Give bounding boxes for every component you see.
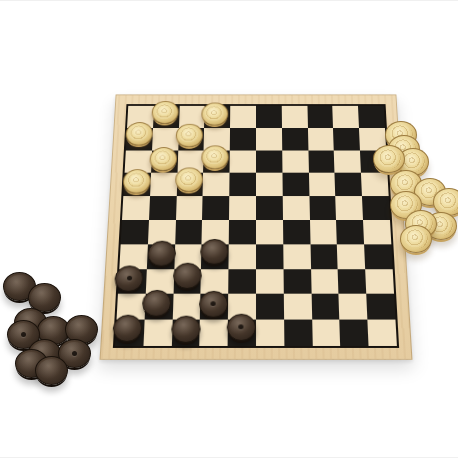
board-square-r0c6[interactable] bbox=[282, 106, 308, 128]
light-piece[interactable] bbox=[175, 124, 203, 147]
board-square-r4c2[interactable] bbox=[176, 196, 203, 220]
board-square-r3c9[interactable] bbox=[361, 173, 389, 196]
board-square-r6c5[interactable] bbox=[256, 244, 283, 269]
board-square-r8c5[interactable] bbox=[256, 294, 284, 320]
board-square-r3c7[interactable] bbox=[309, 173, 336, 196]
board-square-r6c3[interactable] bbox=[201, 244, 229, 269]
board-square-r1c8[interactable] bbox=[333, 128, 360, 150]
light-piece-off-board[interactable] bbox=[373, 145, 405, 173]
board-square-r2c7[interactable] bbox=[308, 150, 335, 173]
board-square-r2c4[interactable] bbox=[230, 150, 256, 173]
board-square-r7c8[interactable] bbox=[338, 269, 366, 294]
dark-piece-off-board[interactable] bbox=[35, 356, 68, 385]
board-square-r2c3[interactable] bbox=[203, 150, 230, 173]
board-square-r3c4[interactable] bbox=[229, 173, 256, 196]
board-square-r3c5[interactable] bbox=[256, 173, 283, 196]
light-piece[interactable] bbox=[151, 101, 179, 124]
board-square-r7c5[interactable] bbox=[256, 269, 284, 294]
board-square-r4c1[interactable] bbox=[149, 196, 177, 220]
dark-piece[interactable] bbox=[142, 290, 172, 317]
dark-piece[interactable] bbox=[171, 315, 201, 342]
board-square-r0c3[interactable] bbox=[204, 106, 230, 128]
board-square-r9c8[interactable] bbox=[340, 320, 369, 346]
board-square-r0c9[interactable] bbox=[358, 106, 385, 128]
board-square-r7c0[interactable] bbox=[118, 269, 147, 294]
dark-piece[interactable] bbox=[113, 314, 144, 341]
board-square-r6c4[interactable] bbox=[229, 244, 256, 269]
board-square-r9c5[interactable] bbox=[256, 320, 284, 346]
board-square-r0c7[interactable] bbox=[307, 106, 333, 128]
dark-piece[interactable] bbox=[114, 266, 144, 292]
board-square-r3c0[interactable] bbox=[123, 173, 151, 196]
board-square-r5c7[interactable] bbox=[310, 220, 338, 244]
board-square-r9c7[interactable] bbox=[312, 320, 341, 346]
board-square-r0c8[interactable] bbox=[333, 106, 360, 128]
board-square-r1c0[interactable] bbox=[126, 128, 153, 150]
board-square-r7c9[interactable] bbox=[365, 269, 394, 294]
board-square-r6c1[interactable] bbox=[147, 244, 175, 269]
dark-piece[interactable] bbox=[173, 263, 202, 289]
board-square-r4c6[interactable] bbox=[283, 196, 310, 220]
board-square-r7c6[interactable] bbox=[283, 269, 311, 294]
board-square-r4c0[interactable] bbox=[122, 196, 150, 220]
light-piece[interactable] bbox=[125, 122, 153, 145]
board-square-r3c8[interactable] bbox=[335, 173, 362, 196]
board-square-r7c2[interactable] bbox=[173, 269, 201, 294]
board-square-r2c1[interactable] bbox=[151, 150, 178, 173]
board-square-r9c0[interactable] bbox=[115, 320, 144, 346]
board-square-r5c5[interactable] bbox=[256, 220, 283, 244]
board-square-r9c2[interactable] bbox=[171, 320, 200, 346]
board-square-r7c4[interactable] bbox=[228, 269, 256, 294]
board-square-r9c6[interactable] bbox=[284, 320, 312, 346]
board-square-r4c5[interactable] bbox=[256, 196, 283, 220]
dark-piece[interactable] bbox=[226, 313, 255, 340]
light-piece-off-board[interactable] bbox=[400, 225, 432, 253]
board-square-r1c5[interactable] bbox=[256, 128, 282, 150]
board-square-r6c8[interactable] bbox=[337, 244, 365, 269]
board-square-r1c7[interactable] bbox=[308, 128, 335, 150]
board-square-r4c7[interactable] bbox=[309, 196, 336, 220]
board-square-r8c1[interactable] bbox=[144, 294, 173, 320]
board-square-r1c6[interactable] bbox=[282, 128, 308, 150]
board-square-r3c2[interactable] bbox=[176, 173, 203, 196]
board-square-r8c3[interactable] bbox=[200, 294, 228, 320]
dark-piece[interactable] bbox=[147, 241, 176, 267]
board-square-r8c7[interactable] bbox=[311, 294, 339, 320]
board-square-r9c4[interactable] bbox=[228, 320, 256, 346]
board-square-r6c7[interactable] bbox=[310, 244, 338, 269]
board-square-r3c1[interactable] bbox=[150, 173, 177, 196]
board-square-r9c3[interactable] bbox=[200, 320, 228, 346]
light-piece[interactable] bbox=[201, 145, 229, 169]
board-square-r2c8[interactable] bbox=[334, 150, 361, 173]
photo-stage bbox=[0, 0, 458, 458]
board-square-r5c8[interactable] bbox=[336, 220, 364, 244]
board-square-r0c1[interactable] bbox=[153, 106, 180, 128]
dark-piece[interactable] bbox=[199, 291, 228, 318]
board-square-r4c4[interactable] bbox=[229, 196, 256, 220]
board-square-r8c9[interactable] bbox=[366, 294, 395, 320]
board-square-r3c3[interactable] bbox=[203, 173, 230, 196]
board-square-r2c6[interactable] bbox=[282, 150, 309, 173]
dark-piece[interactable] bbox=[200, 239, 229, 265]
light-piece[interactable] bbox=[149, 147, 177, 171]
board-square-r5c4[interactable] bbox=[229, 220, 256, 244]
board-square-r9c1[interactable] bbox=[143, 320, 172, 346]
board-square-r2c5[interactable] bbox=[256, 150, 282, 173]
board-square-r7c7[interactable] bbox=[311, 269, 339, 294]
board-square-r5c9[interactable] bbox=[363, 220, 391, 244]
board-square-r5c0[interactable] bbox=[121, 220, 149, 244]
board-square-r8c6[interactable] bbox=[284, 294, 312, 320]
board-square-r0c4[interactable] bbox=[230, 106, 256, 128]
board-square-r5c2[interactable] bbox=[175, 220, 203, 244]
board-square-r4c3[interactable] bbox=[202, 196, 229, 220]
board-square-r9c9[interactable] bbox=[368, 320, 397, 346]
board-square-r3c6[interactable] bbox=[282, 173, 309, 196]
light-piece[interactable] bbox=[175, 167, 203, 191]
board-square-r1c4[interactable] bbox=[230, 128, 256, 150]
draughts-board bbox=[100, 94, 413, 359]
light-piece[interactable] bbox=[201, 103, 228, 126]
board-square-r8c8[interactable] bbox=[339, 294, 368, 320]
board-square-r1c2[interactable] bbox=[178, 128, 205, 150]
board-grid bbox=[113, 104, 399, 348]
board-square-r4c9[interactable] bbox=[362, 196, 390, 220]
light-piece[interactable] bbox=[123, 169, 152, 193]
board-square-r6c6[interactable] bbox=[283, 244, 311, 269]
board-square-r5c6[interactable] bbox=[283, 220, 310, 244]
board-square-r6c9[interactable] bbox=[364, 244, 392, 269]
board-square-r4c8[interactable] bbox=[336, 196, 364, 220]
board-square-r0c5[interactable] bbox=[256, 106, 282, 128]
